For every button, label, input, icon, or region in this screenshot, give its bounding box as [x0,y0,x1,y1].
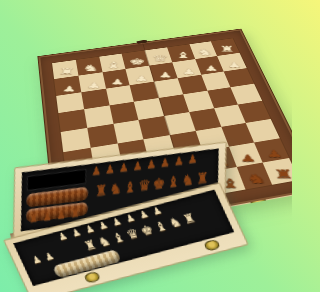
piece-white-pawn: ♟ [204,65,219,72]
piece-black-rook: ♜ [273,168,292,180]
piece-white-pawn: ♟ [61,85,77,93]
piece-white-pawn: ♟ [181,68,195,75]
product-photo: { "scene": { "description": "Overhead pr… [0,0,292,292]
light-extra-row: ♟♟ [30,250,59,266]
piece-white-pawn: ♟ [134,75,149,82]
piece-black-pawn: ♟ [266,149,284,158]
piece-white-bishop: ♝ [105,61,123,70]
piece-black-knight: ♞ [246,173,269,185]
piece-white-rook: ♜ [57,67,76,76]
square-a1: ♜ [211,38,239,56]
piece-white-rook: ♜ [219,45,237,53]
piece-white-pawn: ♟ [158,71,172,78]
piece-white-king: ♚ [128,57,145,65]
piece-white-pawn: ♟ [86,81,101,88]
piece-white-pawn: ♟ [227,61,242,68]
piece-white-knight: ♞ [81,64,99,73]
brass-latch-icon [250,200,265,203]
brass-clasp-right-icon [203,239,221,252]
piece-white-knight: ♞ [196,48,214,56]
square-h1: ♜ [52,60,78,79]
piece-white-pawn: ♟ [110,78,125,85]
brass-clasp-left-icon [83,271,101,284]
piece-white-queen: ♛ [152,54,169,62]
piece-white-bishop: ♝ [174,51,191,59]
piece-black-pawn: ♟ [240,154,258,163]
